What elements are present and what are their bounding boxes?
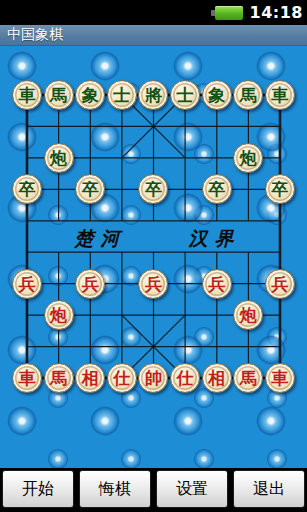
piece-label: 馬 xyxy=(240,80,257,110)
undo-button[interactable]: 悔棋 xyxy=(79,470,151,508)
board-point-8-1[interactable] xyxy=(43,331,75,362)
piece-label: 炮 xyxy=(240,143,257,173)
board-point-3-6[interactable]: 卒 xyxy=(201,174,233,205)
board-point-3-5[interactable] xyxy=(169,174,201,205)
board-point-0-8[interactable]: 車 xyxy=(264,79,296,110)
piece-label: 車 xyxy=(271,80,288,110)
piece-black-horse[interactable]: 馬 xyxy=(233,80,263,110)
board-point-6-7[interactable] xyxy=(232,268,264,299)
settings-button[interactable]: 设置 xyxy=(156,470,228,508)
board-point-9-3[interactable]: 仕 xyxy=(106,362,138,393)
start-button[interactable]: 开始 xyxy=(2,470,74,508)
piece-red-chariot[interactable]: 車 xyxy=(265,363,295,393)
piece-red-soldier[interactable]: 兵 xyxy=(12,269,42,299)
piece-label: 炮 xyxy=(50,300,67,330)
piece-red-soldier[interactable]: 兵 xyxy=(138,269,168,299)
exit-button[interactable]: 退出 xyxy=(233,470,305,508)
board-point-1-7[interactable] xyxy=(232,111,264,142)
status-bar: 14:18 xyxy=(0,0,307,25)
piece-label: 兵 xyxy=(208,269,225,299)
board-point-2-5[interactable] xyxy=(169,142,201,173)
piece-label: 炮 xyxy=(240,300,257,330)
board-point-1-8[interactable] xyxy=(264,111,296,142)
piece-black-advisor[interactable]: 士 xyxy=(107,80,137,110)
board-point-7-4[interactable] xyxy=(138,299,170,330)
piece-label: 士 xyxy=(177,80,194,110)
board-point-6-8[interactable]: 兵 xyxy=(264,268,296,299)
piece-red-elephant[interactable]: 相 xyxy=(202,363,232,393)
title-bar: 中国象棋 xyxy=(0,25,307,46)
board-point-8-2[interactable] xyxy=(74,331,106,362)
piece-label: 仕 xyxy=(177,363,194,393)
board-point-4-1[interactable] xyxy=(43,205,75,236)
piece-label: 士 xyxy=(113,80,130,110)
board-point-0-6[interactable]: 象 xyxy=(201,79,233,110)
piece-label: 車 xyxy=(18,80,35,110)
board-area: 楚河 汉界 車馬象士將士象馬車炮炮卒卒卒卒卒兵兵兵兵兵炮炮車馬相仕帥仕相馬車 xyxy=(0,46,307,468)
board-grid: 車馬象士將士象馬車炮炮卒卒卒卒卒兵兵兵兵兵炮炮車馬相仕帥仕相馬車 xyxy=(11,79,295,393)
piece-label: 象 xyxy=(82,80,99,110)
piece-black-cannon[interactable]: 炮 xyxy=(44,143,74,173)
board-point-5-7[interactable] xyxy=(232,236,264,267)
piece-label: 馬 xyxy=(50,80,67,110)
piece-red-elephant[interactable]: 相 xyxy=(75,363,105,393)
board-point-5-5[interactable] xyxy=(169,236,201,267)
board-point-3-4[interactable]: 卒 xyxy=(138,174,170,205)
board-point-8-5[interactable] xyxy=(169,331,201,362)
piece-red-chariot[interactable]: 車 xyxy=(12,363,42,393)
board-point-5-3[interactable] xyxy=(106,236,138,267)
piece-red-soldier[interactable]: 兵 xyxy=(75,269,105,299)
board-point-6-2[interactable]: 兵 xyxy=(74,268,106,299)
board-point-0-3[interactable]: 士 xyxy=(106,79,138,110)
piece-label: 馬 xyxy=(240,363,257,393)
piece-red-cannon[interactable]: 炮 xyxy=(233,300,263,330)
piece-label: 帥 xyxy=(145,363,162,393)
board-point-8-8[interactable] xyxy=(264,331,296,362)
board-point-8-4[interactable] xyxy=(138,331,170,362)
piece-label: 卒 xyxy=(145,174,162,204)
board-point-5-2[interactable] xyxy=(74,236,106,267)
piece-label: 卒 xyxy=(208,174,225,204)
board-point-5-0[interactable] xyxy=(11,236,43,267)
board-point-0-5[interactable]: 士 xyxy=(169,79,201,110)
board-point-0-7[interactable]: 馬 xyxy=(232,79,264,110)
board-point-7-6[interactable] xyxy=(201,299,233,330)
board-point-6-1[interactable] xyxy=(43,268,75,299)
bottom-button-bar: 开始 悔棋 设置 退出 xyxy=(0,468,307,512)
board-point-2-3[interactable] xyxy=(106,142,138,173)
board-point-7-0[interactable] xyxy=(11,299,43,330)
piece-label: 兵 xyxy=(271,269,288,299)
board-point-9-4[interactable]: 帥 xyxy=(138,362,170,393)
board-point-6-4[interactable]: 兵 xyxy=(138,268,170,299)
board-point-7-5[interactable] xyxy=(169,299,201,330)
piece-label: 兵 xyxy=(18,269,35,299)
board-point-2-1[interactable]: 炮 xyxy=(43,142,75,173)
board-point-6-3[interactable] xyxy=(106,268,138,299)
piece-red-horse[interactable]: 馬 xyxy=(44,363,74,393)
board-point-5-4[interactable] xyxy=(138,236,170,267)
board-point-1-2[interactable] xyxy=(74,111,106,142)
piece-label: 卒 xyxy=(82,174,99,204)
board-point-8-7[interactable] xyxy=(232,331,264,362)
board-point-7-8[interactable] xyxy=(264,299,296,330)
board-point-4-4[interactable] xyxy=(138,205,170,236)
board-point-4-6[interactable] xyxy=(201,205,233,236)
piece-red-soldier[interactable]: 兵 xyxy=(202,269,232,299)
piece-black-soldier[interactable]: 卒 xyxy=(75,174,105,204)
board-point-7-3[interactable] xyxy=(106,299,138,330)
piece-black-chariot[interactable]: 車 xyxy=(265,80,295,110)
board-point-9-5[interactable]: 仕 xyxy=(169,362,201,393)
board-point-9-7[interactable]: 馬 xyxy=(232,362,264,393)
board-point-3-2[interactable]: 卒 xyxy=(74,174,106,205)
piece-red-general[interactable]: 帥 xyxy=(138,363,168,393)
piece-black-elephant[interactable]: 象 xyxy=(202,80,232,110)
board-point-7-1[interactable]: 炮 xyxy=(43,299,75,330)
piece-label: 車 xyxy=(271,363,288,393)
board-point-4-7[interactable] xyxy=(232,205,264,236)
board-point-6-6[interactable]: 兵 xyxy=(201,268,233,299)
board-point-0-2[interactable]: 象 xyxy=(74,79,106,110)
board-point-1-5[interactable] xyxy=(169,111,201,142)
piece-label: 車 xyxy=(18,363,35,393)
piece-label: 象 xyxy=(208,80,225,110)
board-point-6-0[interactable]: 兵 xyxy=(11,268,43,299)
board-point-9-6[interactable]: 相 xyxy=(201,362,233,393)
board-point-3-8[interactable]: 卒 xyxy=(264,174,296,205)
piece-label: 相 xyxy=(208,363,225,393)
board-point-8-3[interactable] xyxy=(106,331,138,362)
board-point-9-8[interactable]: 車 xyxy=(264,362,296,393)
board-point-3-1[interactable] xyxy=(43,174,75,205)
piece-label: 仕 xyxy=(113,363,130,393)
board-point-1-6[interactable] xyxy=(201,111,233,142)
board-point-2-8[interactable] xyxy=(264,142,296,173)
board-point-9-2[interactable]: 相 xyxy=(74,362,106,393)
piece-black-soldier[interactable]: 卒 xyxy=(138,174,168,204)
piece-red-advisor[interactable]: 仕 xyxy=(170,363,200,393)
battery-icon xyxy=(215,6,243,20)
piece-label: 卒 xyxy=(271,174,288,204)
board-point-8-6[interactable] xyxy=(201,331,233,362)
piece-label: 兵 xyxy=(145,269,162,299)
board-point-1-3[interactable] xyxy=(106,111,138,142)
board-point-1-0[interactable] xyxy=(11,111,43,142)
piece-label: 兵 xyxy=(82,269,99,299)
app-title: 中国象棋 xyxy=(0,26,63,44)
piece-label: 相 xyxy=(82,363,99,393)
piece-red-advisor[interactable]: 仕 xyxy=(107,363,137,393)
board-point-8-0[interactable] xyxy=(11,331,43,362)
board-point-4-5[interactable] xyxy=(169,205,201,236)
piece-label: 卒 xyxy=(18,174,35,204)
board-point-4-2[interactable] xyxy=(74,205,106,236)
piece-black-cannon[interactable]: 炮 xyxy=(233,143,263,173)
piece-red-horse[interactable]: 馬 xyxy=(233,363,263,393)
board-point-2-2[interactable] xyxy=(74,142,106,173)
piece-label: 馬 xyxy=(50,363,67,393)
board-point-9-0[interactable]: 車 xyxy=(11,362,43,393)
board-point-4-8[interactable] xyxy=(264,205,296,236)
board-point-4-3[interactable] xyxy=(106,205,138,236)
board-point-6-5[interactable] xyxy=(169,268,201,299)
board-point-1-1[interactable] xyxy=(43,111,75,142)
piece-black-soldier[interactable]: 卒 xyxy=(202,174,232,204)
board-point-3-0[interactable]: 卒 xyxy=(11,174,43,205)
board-point-2-0[interactable] xyxy=(11,142,43,173)
board-point-0-4[interactable]: 將 xyxy=(138,79,170,110)
piece-black-soldier[interactable]: 卒 xyxy=(12,174,42,204)
piece-black-elephant[interactable]: 象 xyxy=(75,80,105,110)
board-point-2-6[interactable] xyxy=(201,142,233,173)
board-point-0-1[interactable]: 馬 xyxy=(43,79,75,110)
piece-black-horse[interactable]: 馬 xyxy=(44,80,74,110)
piece-label: 炮 xyxy=(50,143,67,173)
board-point-1-4[interactable] xyxy=(138,111,170,142)
piece-black-chariot[interactable]: 車 xyxy=(12,80,42,110)
board-point-5-1[interactable] xyxy=(43,236,75,267)
board-point-9-1[interactable]: 馬 xyxy=(43,362,75,393)
board-point-3-7[interactable] xyxy=(232,174,264,205)
board-point-2-7[interactable]: 炮 xyxy=(232,142,264,173)
board-point-4-0[interactable] xyxy=(11,205,43,236)
piece-black-general[interactable]: 將 xyxy=(138,80,168,110)
board-point-5-8[interactable] xyxy=(264,236,296,267)
piece-red-cannon[interactable]: 炮 xyxy=(44,300,74,330)
piece-label: 將 xyxy=(145,80,162,110)
board-point-2-4[interactable] xyxy=(138,142,170,173)
piece-red-soldier[interactable]: 兵 xyxy=(265,269,295,299)
board-point-5-6[interactable] xyxy=(201,236,233,267)
piece-black-soldier[interactable]: 卒 xyxy=(265,174,295,204)
app-screen: 14:18 中国象棋 xyxy=(0,0,307,512)
board-point-7-2[interactable] xyxy=(74,299,106,330)
board-point-0-0[interactable]: 車 xyxy=(11,79,43,110)
piece-black-advisor[interactable]: 士 xyxy=(170,80,200,110)
status-clock: 14:18 xyxy=(250,3,303,22)
board-point-7-7[interactable]: 炮 xyxy=(232,299,264,330)
board-point-3-3[interactable] xyxy=(106,174,138,205)
